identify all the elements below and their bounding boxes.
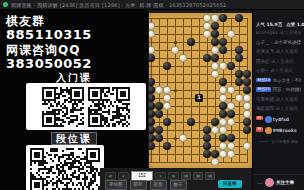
black-stone: [149, 110, 155, 117]
black-stone: [235, 78, 242, 85]
black-stone: [211, 30, 218, 37]
white-stone: [211, 14, 218, 21]
black-stone: [149, 102, 155, 109]
black-stone: [219, 102, 226, 109]
white-stone: [219, 118, 226, 125]
white-stone: [171, 46, 178, 53]
chat-bar-text: 关注主播: [276, 180, 294, 185]
white-stone: [227, 30, 234, 37]
chat-message: 粉ty4fxd: [256, 116, 301, 123]
black-stone: [203, 134, 210, 141]
white-stone: [243, 94, 250, 101]
white-stone: [179, 134, 186, 141]
black-stone: [187, 118, 194, 125]
black-stone: [149, 86, 155, 93]
white-stone: [243, 142, 250, 149]
black-stone: [243, 70, 250, 77]
white-stone: [211, 158, 218, 165]
white-stone: [227, 102, 234, 109]
white-stone: [149, 22, 155, 29]
black-stone: [227, 134, 234, 141]
room-stats: 人气 15.9万点赞 1.09万: [253, 10, 304, 29]
chat-message: 粉丝25阿苏 : 白棋稍优了吧: [256, 87, 301, 92]
black-stone: [163, 62, 170, 69]
white-stone: [203, 14, 210, 21]
nav-next-button[interactable]: ›: [155, 172, 166, 180]
black-stone: [211, 54, 218, 61]
toolbar-button[interactable]: 变化图: [105, 180, 127, 190]
white-stone: [211, 126, 218, 133]
black-stone: [203, 142, 210, 149]
toolbar-misc-button[interactable]: ≡: [193, 172, 203, 180]
black-stone: [235, 54, 242, 61]
nav-last-button[interactable]: »: [168, 172, 179, 180]
black-stone: [149, 118, 155, 125]
black-stone: [149, 126, 155, 133]
white-stone: [203, 22, 210, 29]
black-stone: [211, 118, 218, 125]
stat-人气: 人气 15.9万: [256, 22, 282, 27]
white-stone: [219, 150, 226, 157]
black-stone: [243, 78, 250, 85]
chat-message: 山子__ : 这个变化讲得好: [256, 40, 301, 45]
go-board: 1: [149, 13, 252, 169]
toolbar-misc-button[interactable]: ≡: [181, 172, 191, 180]
black-stone: [219, 46, 226, 53]
chat-message: 小雨~ 进入直播间: [256, 68, 301, 73]
black-stone: [243, 126, 250, 133]
white-stone: [211, 46, 218, 53]
black-stone: [211, 150, 218, 157]
black-stone: [155, 110, 162, 117]
nav-first-button[interactable]: «: [105, 172, 116, 180]
white-stone: [243, 102, 250, 109]
chat-message-list: konney82 进入直播间山子__ : 这个变化讲得好棋迷大飞 进入直播间阿外…: [253, 29, 304, 148]
white-stone: [243, 110, 250, 117]
black-stone: [227, 110, 234, 117]
white-stone: [219, 126, 226, 133]
chat-input-bar[interactable]: — 关注主播: [253, 174, 304, 190]
white-stone: [227, 86, 234, 93]
black-stone: [149, 54, 155, 61]
black-stone: [243, 86, 250, 93]
chat-message: 阿外起 进入直播间: [256, 59, 301, 64]
black-stone: [163, 118, 170, 125]
white-stone: [203, 30, 210, 37]
white-stone: [155, 86, 162, 93]
qr-code-rank: [26, 145, 104, 190]
black-stone: [203, 54, 210, 61]
fan-badge: 粉: [256, 127, 263, 132]
rank-course-label: 段位课: [14, 132, 134, 146]
black-stone: [219, 14, 226, 21]
white-stone: [219, 94, 226, 101]
black-stone: [155, 126, 162, 133]
black-stone: [219, 134, 226, 141]
black-stone: [235, 46, 242, 53]
live-stream-window: 棋牌直播 · 围棋讲解 [2436] 历历在目 [1286] · 分类: 棋·牌…: [0, 0, 304, 190]
black-stone: [211, 38, 218, 45]
chat-message: 粉丝13龙小学生 : 不懂就问: [256, 78, 301, 83]
fan-badge: 粉: [256, 116, 263, 121]
white-stone: [163, 94, 170, 101]
white-stone: [149, 46, 155, 53]
black-stone: [155, 134, 162, 141]
chat-sidebar: 人气 15.9万点赞 1.09万 konney82 进入直播间山子__ : 这个…: [252, 10, 304, 190]
white-stone: [227, 142, 234, 149]
white-stone: [179, 54, 186, 61]
grid-line: [199, 18, 200, 163]
qr-code-beginner: [26, 83, 146, 130]
white-stone: [219, 86, 226, 93]
toolbar-button[interactable]: 形势: [150, 180, 167, 190]
black-stone: [203, 150, 210, 157]
app-icon: [3, 2, 8, 7]
white-stone: [219, 62, 226, 69]
toolbar-button[interactable]: 数子: [170, 180, 187, 190]
chat-divider: 以下为最新弹幕: [259, 139, 298, 144]
fan-badge: 粉丝25: [256, 87, 271, 92]
toolbar-misc-button[interactable]: ≡: [205, 172, 215, 180]
black-stone: [235, 14, 242, 21]
black-stone: [243, 118, 250, 125]
review-toolbar: «‹ ›»≡≡≡ 变化图研究形势数子 回直播: [100, 168, 252, 190]
group-number: 885110315: [6, 27, 92, 42]
white-stone: [149, 30, 155, 37]
minimize-icon[interactable]: —: [257, 179, 263, 186]
black-stone: [219, 38, 226, 45]
black-stone: [163, 142, 170, 149]
black-stone: [219, 78, 226, 85]
black-stone: [149, 78, 155, 85]
white-stone: [219, 142, 226, 149]
black-stone: [203, 126, 210, 133]
grid-line: [239, 18, 240, 163]
avatar: [265, 116, 272, 123]
info-panel: 棋友群 885110315 网课咨询QQ 383050052 入门课 段位课: [0, 10, 148, 190]
black-stone: [211, 22, 218, 29]
white-stone: [227, 118, 234, 125]
chat-message: 福星高照 进入直播间: [256, 106, 301, 111]
black-stone: [235, 70, 242, 77]
star-point: [174, 89, 177, 92]
white-stone: [235, 94, 242, 101]
back-to-live-button[interactable]: 回直播: [218, 180, 242, 188]
white-stone: [211, 62, 218, 69]
chat-message: 棋迷大飞 进入直播间: [256, 49, 301, 54]
window-titlebar[interactable]: 棋牌直播 · 围棋讲解 [2436] 历历在目 [1286] · 分类: 棋·牌…: [0, 0, 304, 10]
black-stone: [227, 62, 234, 69]
stat-点赞: 点赞 1.09万: [286, 22, 304, 27]
chat-message: 粉99Brooks: [256, 127, 301, 134]
star-point: [174, 137, 177, 140]
white-stone: [227, 150, 234, 157]
black-stone: 1: [195, 94, 202, 101]
chat-message: 可爱的姐 进入直播间: [256, 97, 301, 102]
white-stone: [163, 86, 170, 93]
toolbar-button[interactable]: 研究: [130, 180, 147, 190]
chat-message: konney82 进入直播间: [256, 30, 301, 35]
live-video[interactable]: 1: [148, 10, 252, 190]
black-stone: [149, 134, 155, 141]
fan-badge: 粉丝13: [256, 78, 271, 83]
black-stone: [149, 94, 155, 101]
black-stone: [149, 142, 155, 149]
avatar: [265, 127, 272, 134]
nav-prev-button[interactable]: ‹: [118, 172, 129, 180]
black-stone: [187, 38, 194, 45]
avatar[interactable]: [265, 178, 274, 187]
white-stone: [163, 102, 170, 109]
black-stone: [155, 102, 162, 109]
course-number: 383050052: [6, 56, 92, 71]
window-title: 棋牌直播 · 围棋讲解 [2436] 历历在目 [1286] · 分类: 棋·牌…: [11, 2, 226, 8]
white-stone: [211, 70, 218, 77]
black-stone: [219, 110, 226, 117]
star-point: [174, 41, 177, 44]
